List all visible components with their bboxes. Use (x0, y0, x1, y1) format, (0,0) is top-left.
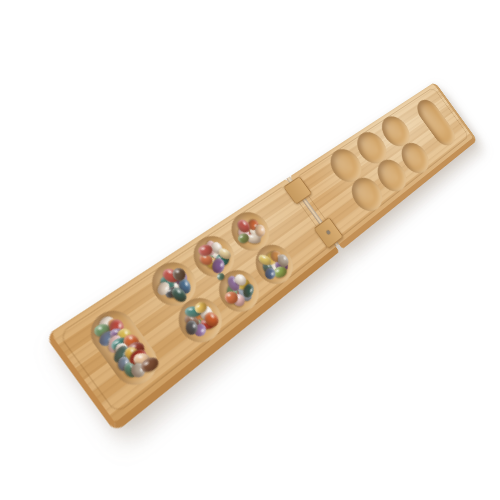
hinge-pin-icon (326, 230, 331, 235)
mancala-board (45, 82, 477, 433)
product-photo-stage (0, 0, 500, 500)
store-right[interactable] (413, 96, 460, 150)
gem-stone (255, 223, 265, 237)
board-half-filled (45, 179, 339, 433)
store-left[interactable] (82, 303, 165, 394)
